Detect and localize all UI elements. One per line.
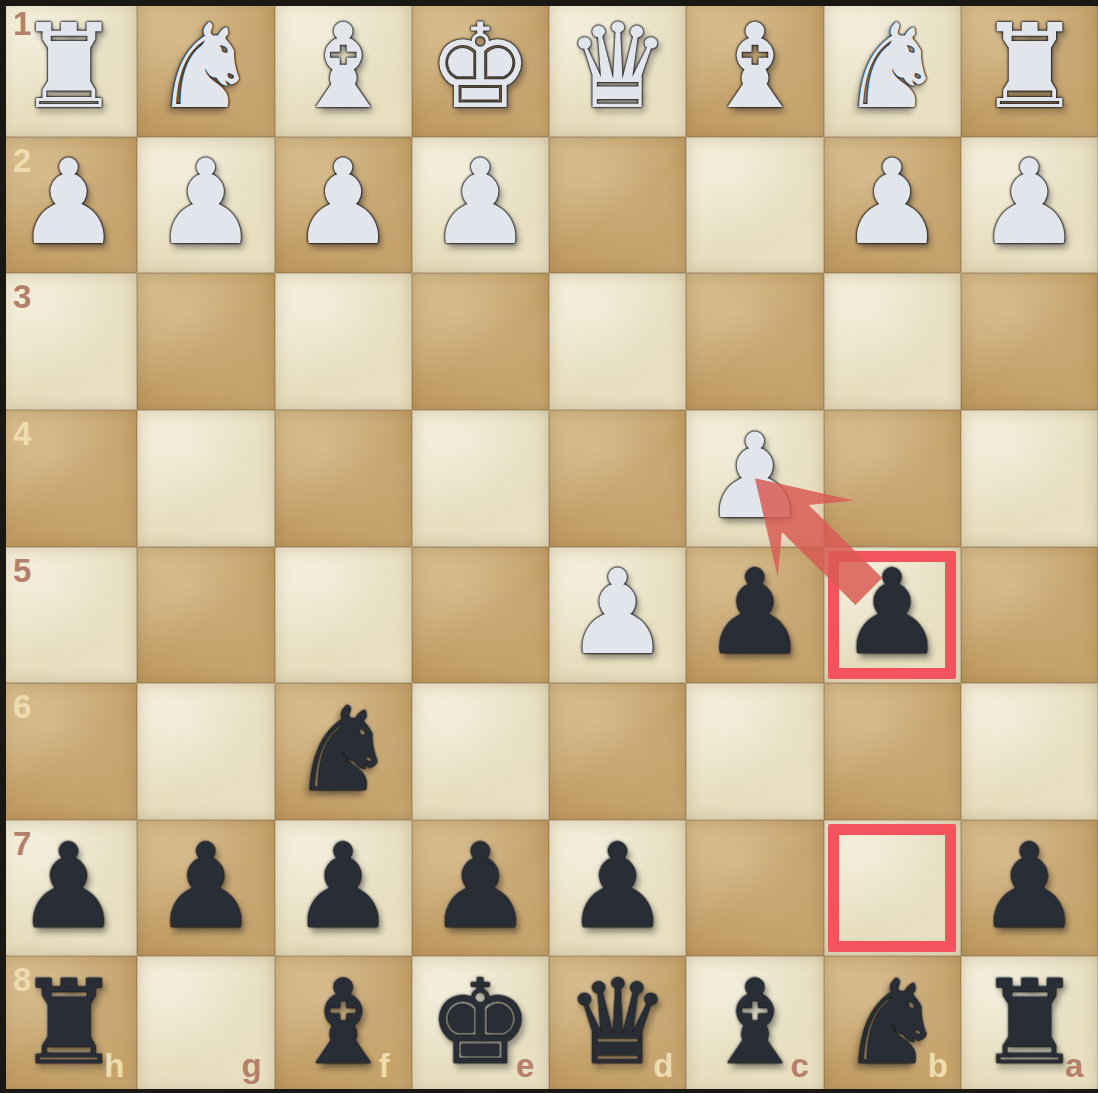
piece-white-king[interactable]: ♚	[428, 8, 533, 125]
square-e3[interactable]	[412, 273, 549, 410]
square-c5[interactable]: ♟	[686, 547, 823, 684]
piece-white-queen[interactable]: ♛	[565, 8, 670, 125]
square-g5[interactable]	[137, 547, 274, 684]
piece-black-rook[interactable]: ♜	[16, 964, 121, 1081]
square-f3[interactable]	[275, 273, 412, 410]
piece-black-pawn[interactable]: ♟	[977, 828, 1082, 945]
piece-white-pawn[interactable]: ♟	[565, 554, 670, 671]
square-d6[interactable]	[549, 683, 686, 820]
square-g3[interactable]	[137, 273, 274, 410]
piece-white-pawn[interactable]: ♟	[291, 144, 396, 261]
piece-black-pawn[interactable]: ♟	[702, 554, 807, 671]
square-f2[interactable]: ♟	[275, 137, 412, 274]
square-g6[interactable]	[137, 683, 274, 820]
piece-black-pawn[interactable]: ♟	[153, 828, 258, 945]
board-grid: ♜♞♝♚♛♝♞♜♟♟♟♟♟♟♟♟♟♟♞♟♟♟♟♟♟♜♝♚♛♝♞♜	[0, 0, 1098, 1093]
square-c6[interactable]	[686, 683, 823, 820]
piece-black-pawn[interactable]: ♟	[565, 828, 670, 945]
square-h5[interactable]	[0, 547, 137, 684]
square-h2[interactable]: ♟	[0, 137, 137, 274]
square-c8[interactable]: ♝	[686, 956, 823, 1093]
piece-white-knight[interactable]: ♞	[153, 8, 258, 125]
piece-black-pawn[interactable]: ♟	[428, 828, 533, 945]
square-f5[interactable]	[275, 547, 412, 684]
square-d1[interactable]: ♛	[549, 0, 686, 137]
square-d2[interactable]	[549, 137, 686, 274]
piece-white-bishop[interactable]: ♝	[291, 8, 396, 125]
square-e5[interactable]	[412, 547, 549, 684]
square-b6[interactable]	[824, 683, 961, 820]
piece-white-knight[interactable]: ♞	[840, 8, 945, 125]
square-f4[interactable]	[275, 410, 412, 547]
piece-white-pawn[interactable]: ♟	[428, 144, 533, 261]
square-b8[interactable]: ♞	[824, 956, 961, 1093]
square-g8[interactable]	[137, 956, 274, 1093]
square-h4[interactable]	[0, 410, 137, 547]
square-g1[interactable]: ♞	[137, 0, 274, 137]
square-a6[interactable]	[961, 683, 1098, 820]
piece-white-pawn[interactable]: ♟	[16, 144, 121, 261]
square-g7[interactable]: ♟	[137, 820, 274, 957]
square-d5[interactable]: ♟	[549, 547, 686, 684]
piece-white-bishop[interactable]: ♝	[702, 8, 807, 125]
piece-white-pawn[interactable]: ♟	[153, 144, 258, 261]
square-c7[interactable]	[686, 820, 823, 957]
piece-black-queen[interactable]: ♛	[565, 964, 670, 1081]
piece-white-rook[interactable]: ♜	[16, 8, 121, 125]
chess-board: ♜♞♝♚♛♝♞♜♟♟♟♟♟♟♟♟♟♟♞♟♟♟♟♟♟♜♝♚♛♝♞♜ 1234567…	[0, 0, 1098, 1093]
square-e2[interactable]: ♟	[412, 137, 549, 274]
piece-white-pawn[interactable]: ♟	[840, 144, 945, 261]
square-f6[interactable]: ♞	[275, 683, 412, 820]
piece-white-rook[interactable]: ♜	[977, 8, 1082, 125]
piece-white-pawn[interactable]: ♟	[977, 144, 1082, 261]
piece-black-knight[interactable]: ♞	[291, 691, 396, 808]
piece-black-rook[interactable]: ♜	[977, 964, 1082, 1081]
square-d4[interactable]	[549, 410, 686, 547]
piece-white-pawn[interactable]: ♟	[702, 418, 807, 535]
square-h8[interactable]: ♜	[0, 956, 137, 1093]
square-d8[interactable]: ♛	[549, 956, 686, 1093]
square-a8[interactable]: ♜	[961, 956, 1098, 1093]
square-h1[interactable]: ♜	[0, 0, 137, 137]
square-e6[interactable]	[412, 683, 549, 820]
square-a7[interactable]: ♟	[961, 820, 1098, 957]
square-a5[interactable]	[961, 547, 1098, 684]
piece-black-pawn[interactable]: ♟	[840, 554, 945, 671]
square-c2[interactable]	[686, 137, 823, 274]
square-e1[interactable]: ♚	[412, 0, 549, 137]
square-h7[interactable]: ♟	[0, 820, 137, 957]
square-f8[interactable]: ♝	[275, 956, 412, 1093]
square-g2[interactable]: ♟	[137, 137, 274, 274]
piece-black-king[interactable]: ♚	[428, 964, 533, 1081]
square-e8[interactable]: ♚	[412, 956, 549, 1093]
piece-black-knight[interactable]: ♞	[840, 964, 945, 1081]
square-b2[interactable]: ♟	[824, 137, 961, 274]
piece-black-pawn[interactable]: ♟	[16, 828, 121, 945]
square-a2[interactable]: ♟	[961, 137, 1098, 274]
square-e4[interactable]	[412, 410, 549, 547]
square-a4[interactable]	[961, 410, 1098, 547]
square-f1[interactable]: ♝	[275, 0, 412, 137]
square-c1[interactable]: ♝	[686, 0, 823, 137]
square-d7[interactable]: ♟	[549, 820, 686, 957]
square-h3[interactable]	[0, 273, 137, 410]
square-b1[interactable]: ♞	[824, 0, 961, 137]
square-c3[interactable]	[686, 273, 823, 410]
square-g4[interactable]	[137, 410, 274, 547]
square-a3[interactable]	[961, 273, 1098, 410]
piece-black-bishop[interactable]: ♝	[702, 964, 807, 1081]
square-h6[interactable]	[0, 683, 137, 820]
square-d3[interactable]	[549, 273, 686, 410]
square-a1[interactable]: ♜	[961, 0, 1098, 137]
square-f7[interactable]: ♟	[275, 820, 412, 957]
square-b7[interactable]	[824, 820, 961, 957]
square-b3[interactable]	[824, 273, 961, 410]
piece-black-bishop[interactable]: ♝	[291, 964, 396, 1081]
square-b5[interactable]: ♟	[824, 547, 961, 684]
piece-black-pawn[interactable]: ♟	[291, 828, 396, 945]
square-b4[interactable]	[824, 410, 961, 547]
square-e7[interactable]: ♟	[412, 820, 549, 957]
square-c4[interactable]: ♟	[686, 410, 823, 547]
